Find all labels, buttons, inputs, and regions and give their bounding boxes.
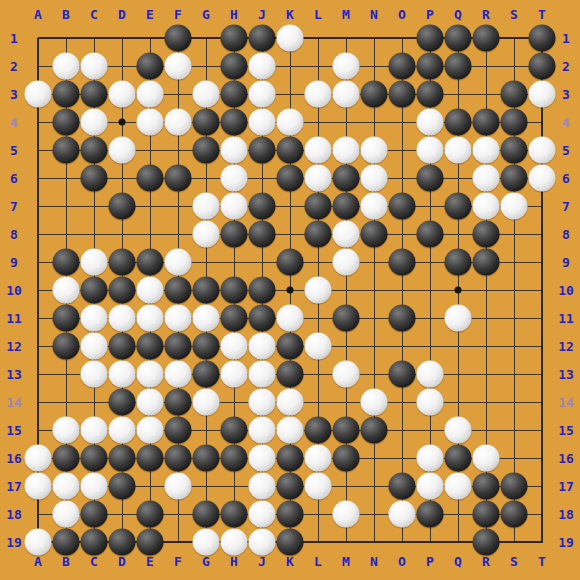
intersection-B1[interactable] [52,24,80,52]
black-stone-C10[interactable] [81,277,108,304]
black-stone-O7[interactable] [389,193,416,220]
white-stone-D11[interactable] [109,305,136,332]
intersection-T12[interactable] [528,332,556,360]
white-stone-L3[interactable] [305,81,332,108]
black-stone-M7[interactable] [333,193,360,220]
intersection-P7[interactable] [416,192,444,220]
white-stone-F13[interactable] [165,361,192,388]
black-stone-J11[interactable] [249,305,276,332]
white-stone-J4[interactable] [249,109,276,136]
black-stone-J1[interactable] [249,25,276,52]
black-stone-E16[interactable] [137,445,164,472]
white-stone-P17[interactable] [417,473,444,500]
intersection-G15[interactable] [192,416,220,444]
black-stone-B19[interactable] [53,529,80,556]
intersection-T18[interactable] [528,500,556,528]
white-stone-B18[interactable] [53,501,80,528]
white-stone-C4[interactable] [81,109,108,136]
intersection-T7[interactable] [528,192,556,220]
black-stone-G13[interactable] [193,361,220,388]
black-stone-L8[interactable] [305,221,332,248]
intersection-E5[interactable] [136,136,164,164]
intersection-M10[interactable] [332,276,360,304]
white-stone-C12[interactable] [81,333,108,360]
black-stone-G18[interactable] [193,501,220,528]
intersection-S2[interactable] [500,52,528,80]
black-stone-S17[interactable] [501,473,528,500]
black-stone-P18[interactable] [417,501,444,528]
white-stone-K4[interactable] [277,109,304,136]
white-stone-N6[interactable] [361,165,388,192]
black-stone-F15[interactable] [165,417,192,444]
intersection-T16[interactable] [528,444,556,472]
black-stone-G5[interactable] [193,137,220,164]
white-stone-Q5[interactable] [445,137,472,164]
intersection-O15[interactable] [388,416,416,444]
intersection-K8[interactable] [276,220,304,248]
white-stone-J19[interactable] [249,529,276,556]
black-stone-G10[interactable] [193,277,220,304]
intersection-P12[interactable] [416,332,444,360]
white-stone-C9[interactable] [81,249,108,276]
intersection-T8[interactable] [528,220,556,248]
white-stone-C11[interactable] [81,305,108,332]
intersection-T4[interactable] [528,108,556,136]
black-stone-M15[interactable] [333,417,360,444]
intersection-L4[interactable] [304,108,332,136]
white-stone-C13[interactable] [81,361,108,388]
black-stone-J5[interactable] [249,137,276,164]
black-stone-K6[interactable] [277,165,304,192]
black-stone-T2[interactable] [529,53,556,80]
white-stone-N7[interactable] [361,193,388,220]
intersection-N9[interactable] [360,248,388,276]
intersection-P19[interactable] [416,528,444,556]
intersection-T15[interactable] [528,416,556,444]
intersection-A1[interactable] [24,24,52,52]
white-stone-A17[interactable] [25,473,52,500]
black-stone-D17[interactable] [109,473,136,500]
white-stone-N5[interactable] [361,137,388,164]
black-stone-P6[interactable] [417,165,444,192]
black-stone-K12[interactable] [277,333,304,360]
black-stone-E9[interactable] [137,249,164,276]
black-stone-C18[interactable] [81,501,108,528]
black-stone-E6[interactable] [137,165,164,192]
white-stone-A16[interactable] [25,445,52,472]
intersection-Q10[interactable] [444,276,472,304]
intersection-S13[interactable] [500,360,528,388]
black-stone-Q4[interactable] [445,109,472,136]
intersection-S19[interactable] [500,528,528,556]
intersection-A18[interactable] [24,500,52,528]
black-stone-D12[interactable] [109,333,136,360]
white-stone-Q11[interactable] [445,305,472,332]
intersection-E8[interactable] [136,220,164,248]
black-stone-R1[interactable] [473,25,500,52]
intersection-O1[interactable] [388,24,416,52]
intersection-T9[interactable] [528,248,556,276]
black-stone-K13[interactable] [277,361,304,388]
intersection-O10[interactable] [388,276,416,304]
white-stone-A3[interactable] [25,81,52,108]
intersection-N18[interactable] [360,500,388,528]
white-stone-K11[interactable] [277,305,304,332]
black-stone-F12[interactable] [165,333,192,360]
black-stone-B4[interactable] [53,109,80,136]
white-stone-G11[interactable] [193,305,220,332]
black-stone-R19[interactable] [473,529,500,556]
white-stone-Q17[interactable] [445,473,472,500]
intersection-S14[interactable] [500,388,528,416]
black-stone-S4[interactable] [501,109,528,136]
intersection-Q6[interactable] [444,164,472,192]
white-stone-J15[interactable] [249,417,276,444]
intersection-R14[interactable] [472,388,500,416]
black-stone-R17[interactable] [473,473,500,500]
white-stone-R5[interactable] [473,137,500,164]
intersection-A4[interactable] [24,108,52,136]
intersection-A13[interactable] [24,360,52,388]
white-stone-J2[interactable] [249,53,276,80]
black-stone-C5[interactable] [81,137,108,164]
white-stone-F9[interactable] [165,249,192,276]
intersection-P10[interactable] [416,276,444,304]
intersection-T13[interactable] [528,360,556,388]
white-stone-B15[interactable] [53,417,80,444]
white-stone-T3[interactable] [529,81,556,108]
white-stone-J13[interactable] [249,361,276,388]
white-stone-M5[interactable] [333,137,360,164]
intersection-F5[interactable] [164,136,192,164]
intersection-S10[interactable] [500,276,528,304]
white-stone-T5[interactable] [529,137,556,164]
black-stone-S18[interactable] [501,501,528,528]
black-stone-H4[interactable] [221,109,248,136]
white-stone-R16[interactable] [473,445,500,472]
black-stone-R18[interactable] [473,501,500,528]
black-stone-Q9[interactable] [445,249,472,276]
white-stone-H6[interactable] [221,165,248,192]
intersection-B14[interactable] [52,388,80,416]
black-stone-P2[interactable] [417,53,444,80]
black-stone-O9[interactable] [389,249,416,276]
intersection-N12[interactable] [360,332,388,360]
intersection-A5[interactable] [24,136,52,164]
intersection-M12[interactable] [332,332,360,360]
black-stone-D14[interactable] [109,389,136,416]
intersection-M17[interactable] [332,472,360,500]
white-stone-F17[interactable] [165,473,192,500]
intersection-D8[interactable] [108,220,136,248]
black-stone-B3[interactable] [53,81,80,108]
intersection-A14[interactable] [24,388,52,416]
black-stone-Q1[interactable] [445,25,472,52]
black-stone-Q2[interactable] [445,53,472,80]
intersection-F7[interactable] [164,192,192,220]
white-stone-H13[interactable] [221,361,248,388]
white-stone-J3[interactable] [249,81,276,108]
black-stone-R9[interactable] [473,249,500,276]
black-stone-H15[interactable] [221,417,248,444]
intersection-S9[interactable] [500,248,528,276]
intersection-B13[interactable] [52,360,80,388]
black-stone-G12[interactable] [193,333,220,360]
black-stone-P3[interactable] [417,81,444,108]
black-stone-E19[interactable] [137,529,164,556]
intersection-N11[interactable] [360,304,388,332]
white-stone-J14[interactable] [249,389,276,416]
black-stone-O2[interactable] [389,53,416,80]
black-stone-O13[interactable] [389,361,416,388]
intersection-R12[interactable] [472,332,500,360]
black-stone-P8[interactable] [417,221,444,248]
intersection-T14[interactable] [528,388,556,416]
intersection-A8[interactable] [24,220,52,248]
intersection-O12[interactable] [388,332,416,360]
black-stone-K16[interactable] [277,445,304,472]
black-stone-O3[interactable] [389,81,416,108]
intersection-H14[interactable] [220,388,248,416]
white-stone-D13[interactable] [109,361,136,388]
white-stone-L10[interactable] [305,277,332,304]
black-stone-S5[interactable] [501,137,528,164]
intersection-A12[interactable] [24,332,52,360]
white-stone-R7[interactable] [473,193,500,220]
intersection-O16[interactable] [388,444,416,472]
intersection-O6[interactable] [388,164,416,192]
intersection-P11[interactable] [416,304,444,332]
black-stone-E12[interactable] [137,333,164,360]
intersection-K2[interactable] [276,52,304,80]
white-stone-G7[interactable] [193,193,220,220]
intersection-C8[interactable] [80,220,108,248]
white-stone-O18[interactable] [389,501,416,528]
intersection-O4[interactable] [388,108,416,136]
intersection-A10[interactable] [24,276,52,304]
intersection-R2[interactable] [472,52,500,80]
black-stone-M6[interactable] [333,165,360,192]
black-stone-H10[interactable] [221,277,248,304]
intersection-G9[interactable] [192,248,220,276]
white-stone-P16[interactable] [417,445,444,472]
white-stone-L17[interactable] [305,473,332,500]
intersection-M19[interactable] [332,528,360,556]
black-stone-F1[interactable] [165,25,192,52]
intersection-B8[interactable] [52,220,80,248]
black-stone-D10[interactable] [109,277,136,304]
black-stone-D19[interactable] [109,529,136,556]
intersection-Q19[interactable] [444,528,472,556]
white-stone-K14[interactable] [277,389,304,416]
black-stone-D9[interactable] [109,249,136,276]
black-stone-C19[interactable] [81,529,108,556]
black-stone-H18[interactable] [221,501,248,528]
intersection-D2[interactable] [108,52,136,80]
intersection-A11[interactable] [24,304,52,332]
intersection-H17[interactable] [220,472,248,500]
intersection-L18[interactable] [304,500,332,528]
white-stone-D5[interactable] [109,137,136,164]
black-stone-E18[interactable] [137,501,164,528]
intersection-K10[interactable] [276,276,304,304]
intersection-T17[interactable] [528,472,556,500]
black-stone-K9[interactable] [277,249,304,276]
black-stone-G16[interactable] [193,445,220,472]
intersection-A2[interactable] [24,52,52,80]
white-stone-C15[interactable] [81,417,108,444]
white-stone-L6[interactable] [305,165,332,192]
intersection-A15[interactable] [24,416,52,444]
intersection-Q12[interactable] [444,332,472,360]
intersection-E17[interactable] [136,472,164,500]
black-stone-D16[interactable] [109,445,136,472]
white-stone-S7[interactable] [501,193,528,220]
intersection-S8[interactable] [500,220,528,248]
intersection-L2[interactable] [304,52,332,80]
intersection-L19[interactable] [304,528,332,556]
intersection-L9[interactable] [304,248,332,276]
intersection-Q3[interactable] [444,80,472,108]
black-stone-K17[interactable] [277,473,304,500]
intersection-E7[interactable] [136,192,164,220]
black-stone-J10[interactable] [249,277,276,304]
black-stone-B12[interactable] [53,333,80,360]
intersection-N4[interactable] [360,108,388,136]
intersection-L11[interactable] [304,304,332,332]
white-stone-B17[interactable] [53,473,80,500]
black-stone-Q16[interactable] [445,445,472,472]
white-stone-C2[interactable] [81,53,108,80]
black-stone-H8[interactable] [221,221,248,248]
intersection-Q13[interactable] [444,360,472,388]
go-board[interactable]: AABBCCDDEEFFGGHHJJKKLLMMNNOOPPQQRRSSTT11… [0,0,580,580]
black-stone-R4[interactable] [473,109,500,136]
white-stone-K1[interactable] [277,25,304,52]
intersection-F8[interactable] [164,220,192,248]
black-stone-F6[interactable] [165,165,192,192]
white-stone-L16[interactable] [305,445,332,472]
intersection-A9[interactable] [24,248,52,276]
intersection-N19[interactable] [360,528,388,556]
intersection-H9[interactable] [220,248,248,276]
black-stone-S6[interactable] [501,165,528,192]
white-stone-E14[interactable] [137,389,164,416]
intersection-D1[interactable] [108,24,136,52]
white-stone-M18[interactable] [333,501,360,528]
intersection-C14[interactable] [80,388,108,416]
black-stone-J8[interactable] [249,221,276,248]
black-stone-R8[interactable] [473,221,500,248]
white-stone-D3[interactable] [109,81,136,108]
intersection-D18[interactable] [108,500,136,528]
intersection-J6[interactable] [248,164,276,192]
black-stone-F10[interactable] [165,277,192,304]
intersection-C1[interactable] [80,24,108,52]
intersection-F19[interactable] [164,528,192,556]
white-stone-J17[interactable] [249,473,276,500]
black-stone-K5[interactable] [277,137,304,164]
white-stone-E4[interactable] [137,109,164,136]
intersection-G1[interactable] [192,24,220,52]
black-stone-T1[interactable] [529,25,556,52]
black-stone-B5[interactable] [53,137,80,164]
intersection-P9[interactable] [416,248,444,276]
black-stone-N8[interactable] [361,221,388,248]
black-stone-M16[interactable] [333,445,360,472]
white-stone-L12[interactable] [305,333,332,360]
black-stone-B9[interactable] [53,249,80,276]
intersection-L14[interactable] [304,388,332,416]
black-stone-L15[interactable] [305,417,332,444]
white-stone-P5[interactable] [417,137,444,164]
white-stone-M3[interactable] [333,81,360,108]
white-stone-C17[interactable] [81,473,108,500]
black-stone-J7[interactable] [249,193,276,220]
intersection-L13[interactable] [304,360,332,388]
black-stone-H11[interactable] [221,305,248,332]
white-stone-P14[interactable] [417,389,444,416]
white-stone-F4[interactable] [165,109,192,136]
intersection-M14[interactable] [332,388,360,416]
black-stone-E2[interactable] [137,53,164,80]
intersection-Q8[interactable] [444,220,472,248]
black-stone-B16[interactable] [53,445,80,472]
intersection-J9[interactable] [248,248,276,276]
intersection-A6[interactable] [24,164,52,192]
intersection-O19[interactable] [388,528,416,556]
white-stone-G3[interactable] [193,81,220,108]
white-stone-R6[interactable] [473,165,500,192]
intersection-S1[interactable] [500,24,528,52]
intersection-A7[interactable] [24,192,52,220]
intersection-B6[interactable] [52,164,80,192]
intersection-D6[interactable] [108,164,136,192]
intersection-S11[interactable] [500,304,528,332]
white-stone-E15[interactable] [137,417,164,444]
white-stone-F2[interactable] [165,53,192,80]
white-stone-B10[interactable] [53,277,80,304]
white-stone-H12[interactable] [221,333,248,360]
intersection-N2[interactable] [360,52,388,80]
intersection-B7[interactable] [52,192,80,220]
white-stone-P4[interactable] [417,109,444,136]
white-stone-M2[interactable] [333,53,360,80]
white-stone-B2[interactable] [53,53,80,80]
white-stone-A19[interactable] [25,529,52,556]
black-stone-C16[interactable] [81,445,108,472]
white-stone-E10[interactable] [137,277,164,304]
intersection-N16[interactable] [360,444,388,472]
white-stone-E11[interactable] [137,305,164,332]
white-stone-E13[interactable] [137,361,164,388]
intersection-O14[interactable] [388,388,416,416]
black-stone-D7[interactable] [109,193,136,220]
white-stone-J16[interactable] [249,445,276,472]
intersection-M4[interactable] [332,108,360,136]
intersection-F18[interactable] [164,500,192,528]
intersection-S12[interactable] [500,332,528,360]
intersection-O8[interactable] [388,220,416,248]
black-stone-C3[interactable] [81,81,108,108]
intersection-C7[interactable] [80,192,108,220]
intersection-R10[interactable] [472,276,500,304]
intersection-F3[interactable] [164,80,192,108]
black-stone-F14[interactable] [165,389,192,416]
intersection-T19[interactable] [528,528,556,556]
white-stone-K15[interactable] [277,417,304,444]
white-stone-T6[interactable] [529,165,556,192]
